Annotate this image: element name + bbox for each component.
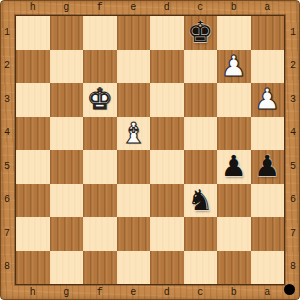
square-d3[interactable] (150, 83, 184, 117)
square-b2[interactable]: ♟ (217, 50, 251, 84)
square-h1[interactable] (16, 16, 50, 50)
square-b3[interactable] (217, 83, 251, 117)
square-a8[interactable] (251, 251, 285, 285)
square-f7[interactable] (83, 217, 117, 251)
square-d5[interactable] (150, 150, 184, 184)
square-c3[interactable] (184, 83, 218, 117)
square-b5[interactable]: ♟ (217, 150, 251, 184)
square-a5[interactable]: ♟ (251, 150, 285, 184)
square-f4[interactable] (83, 117, 117, 151)
square-f1[interactable] (83, 16, 117, 50)
square-g5[interactable] (50, 150, 84, 184)
square-h4[interactable] (16, 117, 50, 151)
square-f6[interactable] (83, 184, 117, 218)
square-a6[interactable] (251, 184, 285, 218)
square-a1[interactable] (251, 16, 285, 50)
square-e3[interactable] (117, 83, 151, 117)
square-d7[interactable] (150, 217, 184, 251)
square-g2[interactable] (50, 50, 84, 84)
square-c7[interactable] (184, 217, 218, 251)
square-a7[interactable] (251, 217, 285, 251)
piece-white-bishop[interactable]: ♝ (117, 117, 151, 151)
square-d1[interactable] (150, 16, 184, 50)
square-f8[interactable] (83, 251, 117, 285)
piece-white-king[interactable]: ♚ (83, 83, 117, 117)
square-b8[interactable] (217, 251, 251, 285)
square-g3[interactable] (50, 83, 84, 117)
square-e1[interactable] (117, 16, 151, 50)
square-b1[interactable] (217, 16, 251, 50)
square-e5[interactable] (117, 150, 151, 184)
piece-black-knight[interactable]: ♞ (184, 184, 218, 218)
square-h6[interactable] (16, 184, 50, 218)
square-g6[interactable] (50, 184, 84, 218)
square-c5[interactable] (184, 150, 218, 184)
square-b6[interactable] (217, 184, 251, 218)
square-e6[interactable] (117, 184, 151, 218)
square-e4[interactable]: ♝ (117, 117, 151, 151)
chess-board-widget: ♚♟♚♟♝♟♟♞ hhggffeeddccbbaa112233445566778… (0, 0, 300, 300)
square-a4[interactable] (251, 117, 285, 151)
square-g8[interactable] (50, 251, 84, 285)
piece-white-pawn[interactable]: ♟ (217, 50, 251, 84)
square-d4[interactable] (150, 117, 184, 151)
square-h5[interactable] (16, 150, 50, 184)
square-f3[interactable]: ♚ (83, 83, 117, 117)
piece-black-king[interactable]: ♚ (184, 16, 218, 50)
square-g1[interactable] (50, 16, 84, 50)
square-h8[interactable] (16, 251, 50, 285)
square-c8[interactable] (184, 251, 218, 285)
square-c2[interactable] (184, 50, 218, 84)
square-h2[interactable] (16, 50, 50, 84)
piece-black-pawn[interactable]: ♟ (217, 150, 251, 184)
square-g4[interactable] (50, 117, 84, 151)
square-e7[interactable] (117, 217, 151, 251)
square-h3[interactable] (16, 83, 50, 117)
square-b4[interactable] (217, 117, 251, 151)
square-f5[interactable] (83, 150, 117, 184)
square-c6[interactable]: ♞ (184, 184, 218, 218)
square-d6[interactable] (150, 184, 184, 218)
square-c4[interactable] (184, 117, 218, 151)
piece-black-pawn[interactable]: ♟ (251, 150, 285, 184)
turn-indicator-black (284, 284, 295, 295)
square-d2[interactable] (150, 50, 184, 84)
square-a3[interactable]: ♟ (251, 83, 285, 117)
chess-board[interactable]: ♚♟♚♟♝♟♟♞ (16, 16, 284, 284)
square-b7[interactable] (217, 217, 251, 251)
square-e8[interactable] (117, 251, 151, 285)
square-f2[interactable] (83, 50, 117, 84)
piece-white-pawn[interactable]: ♟ (251, 83, 285, 117)
square-h7[interactable] (16, 217, 50, 251)
square-c1[interactable]: ♚ (184, 16, 218, 50)
square-e2[interactable] (117, 50, 151, 84)
square-d8[interactable] (150, 251, 184, 285)
square-g7[interactable] (50, 217, 84, 251)
square-a2[interactable] (251, 50, 285, 84)
